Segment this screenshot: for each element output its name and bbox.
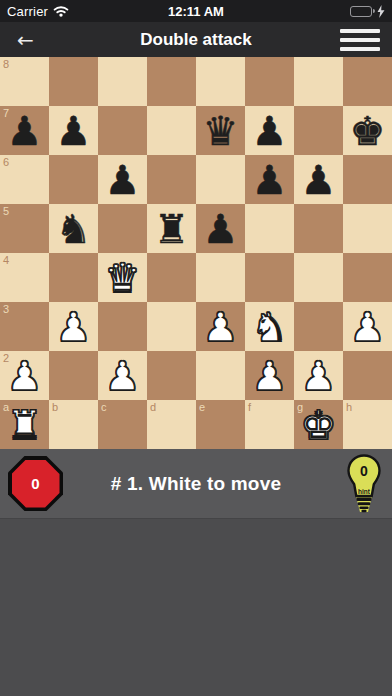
square-g1[interactable]: g♚ — [294, 400, 343, 449]
square-g5[interactable] — [294, 204, 343, 253]
square-f8[interactable] — [245, 57, 294, 106]
square-a4[interactable]: 4 — [0, 253, 49, 302]
white-pawn[interactable]: ♟ — [49, 302, 98, 351]
mistakes-stop-badge[interactable]: 0 — [8, 456, 63, 511]
square-c4[interactable]: ♛ — [98, 253, 147, 302]
square-b3[interactable]: ♟ — [49, 302, 98, 351]
square-b6[interactable] — [49, 155, 98, 204]
square-a5[interactable]: 5 — [0, 204, 49, 253]
square-a2[interactable]: 2♟ — [0, 351, 49, 400]
square-c5[interactable] — [98, 204, 147, 253]
black-pawn[interactable]: ♟ — [0, 106, 49, 155]
coordinate-label: d — [150, 401, 156, 413]
hint-bulb-button[interactable]: 0 hint — [341, 454, 387, 514]
square-a8[interactable]: 8 — [0, 57, 49, 106]
coordinate-label: b — [52, 401, 58, 413]
black-rook[interactable]: ♜ — [147, 204, 196, 253]
white-pawn[interactable]: ♟ — [0, 351, 49, 400]
black-pawn[interactable]: ♟ — [49, 106, 98, 155]
square-c2[interactable]: ♟ — [98, 351, 147, 400]
square-g6[interactable]: ♟ — [294, 155, 343, 204]
square-d5[interactable]: ♜ — [147, 204, 196, 253]
square-d2[interactable] — [147, 351, 196, 400]
square-b5[interactable]: ♞ — [49, 204, 98, 253]
square-h4[interactable] — [343, 253, 392, 302]
chess-board: 87♟♟♛♟♚6♟♟♟5♞♜♟4♛3♟♟♞♟2♟♟♟♟a♜bcdefg♚h — [0, 57, 392, 449]
black-queen[interactable]: ♛ — [196, 106, 245, 155]
white-rook[interactable]: ♜ — [0, 400, 49, 449]
bottom-panel — [0, 518, 392, 696]
black-pawn[interactable]: ♟ — [245, 155, 294, 204]
square-f1[interactable]: f — [245, 400, 294, 449]
square-d8[interactable] — [147, 57, 196, 106]
square-d1[interactable]: d — [147, 400, 196, 449]
square-a3[interactable]: 3 — [0, 302, 49, 351]
square-a6[interactable]: 6 — [0, 155, 49, 204]
square-h2[interactable] — [343, 351, 392, 400]
white-knight[interactable]: ♞ — [245, 302, 294, 351]
square-g3[interactable] — [294, 302, 343, 351]
square-g4[interactable] — [294, 253, 343, 302]
square-b7[interactable]: ♟ — [49, 106, 98, 155]
coordinate-label: h — [346, 401, 352, 413]
square-b4[interactable] — [49, 253, 98, 302]
square-e7[interactable]: ♛ — [196, 106, 245, 155]
square-f7[interactable]: ♟ — [245, 106, 294, 155]
square-c1[interactable]: c — [98, 400, 147, 449]
square-f5[interactable] — [245, 204, 294, 253]
coordinate-label: 6 — [3, 156, 9, 168]
square-d7[interactable] — [147, 106, 196, 155]
square-e4[interactable] — [196, 253, 245, 302]
status-bar: Carrier 12:11 AM — [0, 0, 392, 22]
square-h1[interactable]: h — [343, 400, 392, 449]
white-pawn[interactable]: ♟ — [98, 351, 147, 400]
coordinate-label: e — [199, 401, 205, 413]
white-queen[interactable]: ♛ — [98, 253, 147, 302]
square-a7[interactable]: 7♟ — [0, 106, 49, 155]
puzzle-status-bar: # 1. White to move 0 0 hint — [0, 449, 392, 518]
square-b2[interactable] — [49, 351, 98, 400]
square-g8[interactable] — [294, 57, 343, 106]
square-f3[interactable]: ♞ — [245, 302, 294, 351]
battery-charging-icon — [350, 5, 385, 18]
square-f6[interactable]: ♟ — [245, 155, 294, 204]
square-h7[interactable]: ♚ — [343, 106, 392, 155]
square-h3[interactable]: ♟ — [343, 302, 392, 351]
nav-bar: ← Double attack — [0, 22, 392, 57]
hint-label: hint — [358, 488, 371, 495]
coordinate-label: 8 — [3, 58, 9, 70]
square-a1[interactable]: a♜ — [0, 400, 49, 449]
square-h6[interactable] — [343, 155, 392, 204]
square-e8[interactable] — [196, 57, 245, 106]
white-king[interactable]: ♚ — [294, 400, 343, 449]
coordinate-label: 4 — [3, 254, 9, 266]
square-e2[interactable] — [196, 351, 245, 400]
square-g7[interactable] — [294, 106, 343, 155]
square-h5[interactable] — [343, 204, 392, 253]
white-pawn[interactable]: ♟ — [343, 302, 392, 351]
square-d6[interactable] — [147, 155, 196, 204]
white-pawn[interactable]: ♟ — [196, 302, 245, 351]
square-f4[interactable] — [245, 253, 294, 302]
square-d3[interactable] — [147, 302, 196, 351]
square-c3[interactable] — [98, 302, 147, 351]
hamburger-menu-icon[interactable] — [340, 27, 380, 53]
black-pawn[interactable]: ♟ — [196, 204, 245, 253]
black-pawn[interactable]: ♟ — [245, 106, 294, 155]
white-pawn[interactable]: ♟ — [245, 351, 294, 400]
square-e3[interactable]: ♟ — [196, 302, 245, 351]
page-title: Double attack — [0, 30, 392, 50]
square-c8[interactable] — [98, 57, 147, 106]
charging-bolt-icon — [377, 5, 385, 18]
back-arrow-icon[interactable]: ← — [17, 30, 34, 50]
square-e6[interactable] — [196, 155, 245, 204]
black-pawn[interactable]: ♟ — [98, 155, 147, 204]
coordinate-label: 3 — [3, 303, 9, 315]
square-c7[interactable] — [98, 106, 147, 155]
white-pawn[interactable]: ♟ — [294, 351, 343, 400]
square-b1[interactable]: b — [49, 400, 98, 449]
coordinate-label: 5 — [3, 205, 9, 217]
mistakes-count: 0 — [12, 460, 60, 508]
hints-count: 0 — [360, 463, 368, 479]
clock-label: 12:11 AM — [0, 4, 392, 19]
square-b8[interactable] — [49, 57, 98, 106]
square-d4[interactable] — [147, 253, 196, 302]
square-c6[interactable]: ♟ — [98, 155, 147, 204]
coordinate-label: c — [101, 401, 107, 413]
square-e5[interactable]: ♟ — [196, 204, 245, 253]
black-king[interactable]: ♚ — [343, 106, 392, 155]
black-pawn[interactable]: ♟ — [294, 155, 343, 204]
square-e1[interactable]: e — [196, 400, 245, 449]
coordinate-label: f — [248, 401, 251, 413]
square-g2[interactable]: ♟ — [294, 351, 343, 400]
square-h8[interactable] — [343, 57, 392, 106]
square-f2[interactable]: ♟ — [245, 351, 294, 400]
black-knight[interactable]: ♞ — [49, 204, 98, 253]
